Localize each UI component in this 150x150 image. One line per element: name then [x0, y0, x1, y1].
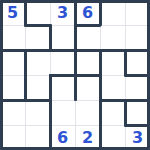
given-digit: 3 — [57, 5, 68, 21]
cell-r6c2[interactable] — [25, 125, 50, 150]
given-digit: 6 — [82, 5, 93, 21]
cell-r4c6[interactable] — [125, 75, 150, 100]
given-digit: 6 — [57, 130, 68, 146]
cell-r2c3[interactable] — [50, 25, 75, 50]
cell-r6c1[interactable] — [0, 125, 25, 150]
cell-r2c1[interactable] — [0, 25, 25, 50]
cell-r2c5[interactable] — [100, 25, 125, 50]
cell-r4c5[interactable] — [100, 75, 125, 100]
cell-r1c5[interactable] — [100, 0, 125, 25]
cell-r4c3[interactable] — [50, 75, 75, 100]
cell-r2c2[interactable] — [25, 25, 50, 50]
cell-r5c5[interactable] — [100, 100, 125, 125]
cell-r4c2[interactable] — [25, 75, 50, 100]
cell-r1c2[interactable] — [25, 0, 50, 25]
cell-r6c5[interactable] — [100, 125, 125, 150]
given-digit: 3 — [132, 130, 143, 146]
cell-r3c1[interactable] — [0, 50, 25, 75]
cell-r6c6[interactable]: 3 — [125, 125, 150, 150]
cell-r6c3[interactable]: 6 — [50, 125, 75, 150]
given-digit: 2 — [82, 130, 93, 146]
cell-r1c4[interactable]: 6 — [75, 0, 100, 25]
cell-r2c6[interactable] — [125, 25, 150, 50]
cell-r1c6[interactable] — [125, 0, 150, 25]
cell-r3c2[interactable] — [25, 50, 50, 75]
cell-r6c4[interactable]: 2 — [75, 125, 100, 150]
cell-r5c4[interactable] — [75, 100, 100, 125]
cell-r1c1[interactable]: 5 — [0, 0, 25, 25]
cell-r3c5[interactable] — [100, 50, 125, 75]
cell-r5c3[interactable] — [50, 100, 75, 125]
cell-r5c6[interactable] — [125, 100, 150, 125]
given-digit: 5 — [7, 5, 18, 21]
cell-r5c2[interactable] — [25, 100, 50, 125]
puzzle-board: 536623 — [0, 0, 150, 150]
cell-r3c4[interactable] — [75, 50, 100, 75]
cell-r5c1[interactable] — [0, 100, 25, 125]
cell-r2c4[interactable] — [75, 25, 100, 50]
cell-r3c3[interactable] — [50, 50, 75, 75]
cell-r3c6[interactable] — [125, 50, 150, 75]
cell-r4c1[interactable] — [0, 75, 25, 100]
cell-r4c4[interactable] — [75, 75, 100, 100]
cell-r1c3[interactable]: 3 — [50, 0, 75, 25]
